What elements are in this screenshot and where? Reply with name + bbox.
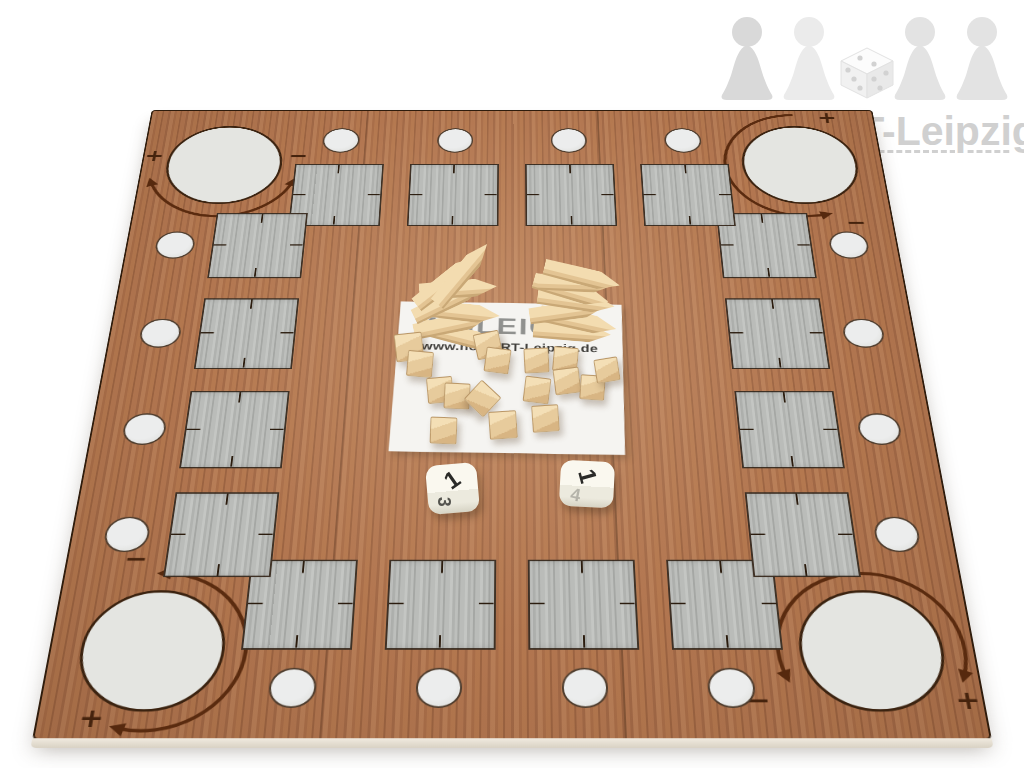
- wooden-cube[interactable]: [553, 367, 582, 396]
- wooden-cube[interactable]: [523, 347, 549, 373]
- wooden-cube[interactable]: [406, 350, 434, 378]
- die-side-value: 4: [569, 484, 583, 507]
- wooden-cube[interactable]: [523, 376, 552, 405]
- wooden-cube[interactable]: [488, 410, 518, 440]
- wooden-cube[interactable]: [593, 356, 620, 383]
- pieces-layer: 1314: [0, 0, 1024, 768]
- die-top-value: 1: [572, 466, 603, 486]
- wooden-cube[interactable]: [429, 416, 457, 444]
- die-top-value: 1: [438, 464, 465, 495]
- wooden-cube[interactable]: [483, 346, 511, 374]
- wooden-cube[interactable]: [531, 404, 560, 433]
- photo-canvas: holzART-Leipzig + −: [0, 0, 1024, 768]
- number-die[interactable]: 13: [425, 462, 480, 515]
- number-die[interactable]: 14: [559, 460, 615, 509]
- die-side-value: 3: [433, 497, 454, 507]
